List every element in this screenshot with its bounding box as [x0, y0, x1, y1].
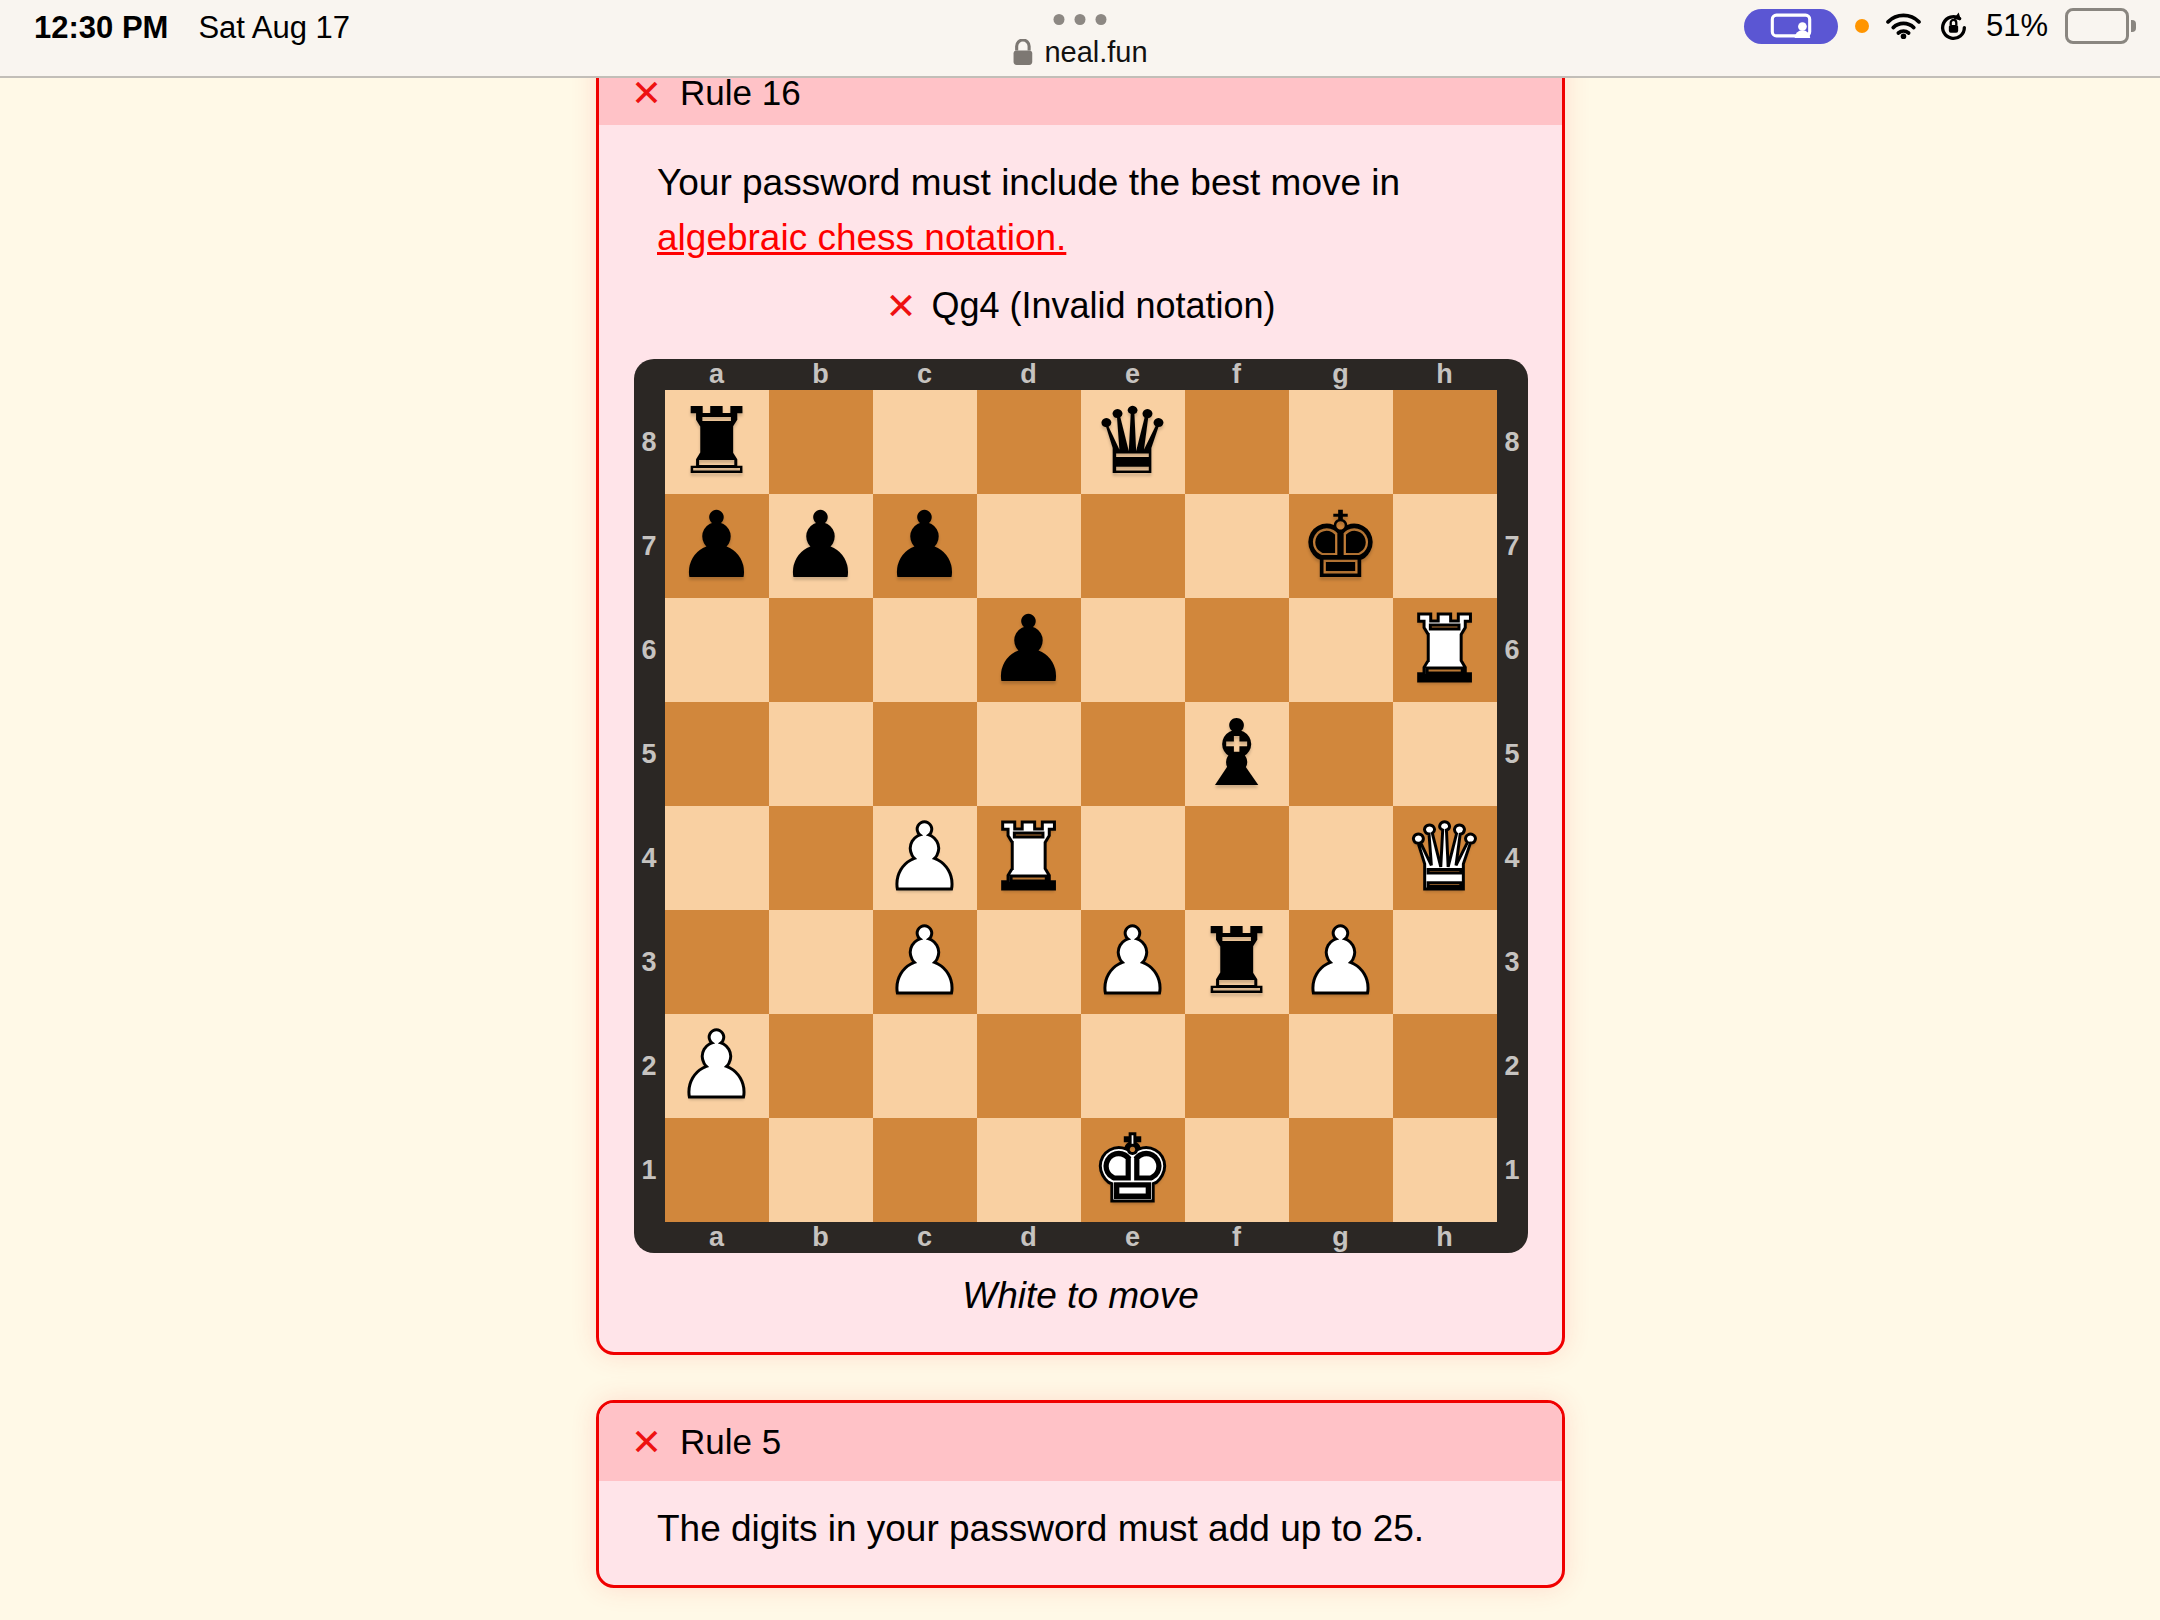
- white-pawn-g3: ♟: [1299, 916, 1381, 1008]
- rule16-title: Rule 16: [680, 73, 801, 113]
- screen-mirroring-indicator[interactable]: [1744, 9, 1838, 44]
- square-c8: [873, 390, 977, 494]
- square-e5: [1081, 702, 1185, 806]
- black-rook-f3: ♜: [1195, 916, 1277, 1008]
- rank-label-8: 8: [634, 390, 665, 494]
- rank-label-2: 2: [634, 1014, 665, 1118]
- algebraic-notation-link[interactable]: algebraic chess notation.: [657, 217, 1066, 258]
- file-label-c: c: [873, 1222, 977, 1253]
- black-queen-e8: ♛: [1091, 396, 1173, 488]
- url-text: neal.fun: [1044, 36, 1147, 69]
- square-b5: [769, 702, 873, 806]
- ellipsis-dot: [1054, 14, 1065, 25]
- square-h7: [1393, 494, 1497, 598]
- square-d6: ♟: [977, 598, 1081, 702]
- ellipsis-dot: [1096, 14, 1107, 25]
- file-label-a: a: [665, 1222, 769, 1253]
- square-a7: ♟: [665, 494, 769, 598]
- square-f6: [1185, 598, 1289, 702]
- status-bar: 12:30 PM Sat Aug 17 neal.fun: [0, 0, 2160, 78]
- black-pawn-c7: ♟: [883, 500, 965, 592]
- square-h1: [1393, 1118, 1497, 1222]
- square-f8: [1185, 390, 1289, 494]
- rule5-body: The digits in your password must add up …: [599, 1481, 1562, 1577]
- rank-label-6: 6: [1497, 598, 1528, 702]
- white-king-e1: ♚: [1091, 1124, 1173, 1216]
- square-f2: [1185, 1014, 1289, 1118]
- file-label-g: g: [1289, 1222, 1393, 1253]
- square-a8: ♜: [665, 390, 769, 494]
- file-label-h: h: [1393, 1222, 1497, 1253]
- square-d3: [977, 910, 1081, 1014]
- file-label-d: d: [977, 1222, 1081, 1253]
- address-bar[interactable]: neal.fun: [1012, 36, 1147, 69]
- status-right: 51%: [1744, 8, 2136, 44]
- file-label-b: b: [769, 359, 873, 390]
- window-controls-ellipsis-icon[interactable]: [1054, 14, 1107, 25]
- file-label-h: h: [1393, 359, 1497, 390]
- rank-label-1: 1: [634, 1118, 665, 1222]
- square-g7: ♚: [1289, 494, 1393, 598]
- clock-time: 12:30 PM: [34, 10, 168, 46]
- rank-label-2: 2: [1497, 1014, 1528, 1118]
- square-h2: [1393, 1014, 1497, 1118]
- rank-label-1: 1: [1497, 1118, 1528, 1222]
- square-c5: [873, 702, 977, 806]
- black-rook-a8: ♜: [675, 396, 757, 488]
- rule16-card: ✕ Rule 16 Your password must include the…: [596, 32, 1565, 1355]
- rank-label-4: 4: [1497, 806, 1528, 910]
- file-label-e: e: [1081, 359, 1185, 390]
- square-g1: [1289, 1118, 1393, 1222]
- square-c1: [873, 1118, 977, 1222]
- square-b4: [769, 806, 873, 910]
- rule5-header: ✕ Rule 5: [599, 1403, 1562, 1481]
- square-c4: ♟: [873, 806, 977, 910]
- square-e2: [1081, 1014, 1185, 1118]
- rule5-card: ✕ Rule 5 The digits in your password mus…: [596, 1400, 1565, 1588]
- battery-icon: [2065, 8, 2136, 44]
- rank-label-6: 6: [634, 598, 665, 702]
- square-b3: [769, 910, 873, 1014]
- square-a6: [665, 598, 769, 702]
- black-pawn-a7: ♟: [675, 500, 757, 592]
- file-label-a: a: [665, 359, 769, 390]
- square-h6: ♜: [1393, 598, 1497, 702]
- rank-label-5: 5: [1497, 702, 1528, 806]
- square-d5: [977, 702, 1081, 806]
- file-label-f: f: [1185, 1222, 1289, 1253]
- file-label-d: d: [977, 359, 1081, 390]
- white-queen-h4: ♛: [1403, 812, 1485, 904]
- file-label-c: c: [873, 359, 977, 390]
- rank-label-4: 4: [634, 806, 665, 910]
- square-b1: [769, 1118, 873, 1222]
- white-rook-d4: ♜: [987, 812, 1069, 904]
- square-b6: [769, 598, 873, 702]
- file-label-e: e: [1081, 1222, 1185, 1253]
- square-e3: ♟: [1081, 910, 1185, 1014]
- square-g6: [1289, 598, 1393, 702]
- clock-date: Sat Aug 17: [198, 10, 350, 46]
- square-e8: ♛: [1081, 390, 1185, 494]
- square-e7: [1081, 494, 1185, 598]
- wifi-icon: [1886, 13, 1921, 39]
- rule5-title: Rule 5: [680, 1422, 781, 1462]
- side-to-move-caption: White to move: [657, 1275, 1504, 1317]
- rank-label-3: 3: [1497, 910, 1528, 1014]
- ellipsis-dot: [1075, 14, 1086, 25]
- microphone-in-use-dot-icon: [1855, 19, 1869, 33]
- rank-label-5: 5: [634, 702, 665, 806]
- rank-label-7: 7: [1497, 494, 1528, 598]
- board-corner: [634, 359, 665, 390]
- status-left: 12:30 PM Sat Aug 17: [34, 10, 350, 46]
- square-e6: [1081, 598, 1185, 702]
- square-b8: [769, 390, 873, 494]
- x-mark-icon: ✕: [885, 288, 916, 325]
- square-c2: [873, 1014, 977, 1118]
- rule5-text: The digits in your password must add up …: [657, 1508, 1424, 1549]
- chess-board: abcdefgh8♜♛87♟♟♟♚76♟♜65♝54♟♜♛43♟♟♜♟32♟21…: [634, 359, 1528, 1253]
- black-pawn-b7: ♟: [779, 500, 861, 592]
- square-f7: [1185, 494, 1289, 598]
- black-king-g7: ♚: [1299, 500, 1381, 592]
- square-f4: [1185, 806, 1289, 910]
- square-h3: [1393, 910, 1497, 1014]
- square-b2: [769, 1014, 873, 1118]
- battery-percent: 51%: [1986, 8, 2048, 44]
- square-d7: [977, 494, 1081, 598]
- square-h5: [1393, 702, 1497, 806]
- square-e1: ♚: [1081, 1118, 1185, 1222]
- white-pawn-c3: ♟: [883, 916, 965, 1008]
- rule16-text-plain: Your password must include the best move…: [657, 162, 1400, 203]
- square-e4: [1081, 806, 1185, 910]
- file-label-g: g: [1289, 359, 1393, 390]
- square-c6: [873, 598, 977, 702]
- move-feedback-text: Qg4 (Invalid notation): [931, 285, 1275, 327]
- padlock-icon: [1012, 39, 1033, 66]
- white-pawn-a2: ♟: [675, 1020, 757, 1112]
- move-feedback: ✕ Qg4 (Invalid notation): [657, 285, 1504, 327]
- square-b7: ♟: [769, 494, 873, 598]
- square-f1: [1185, 1118, 1289, 1222]
- rotation-lock-icon: [1938, 11, 1969, 42]
- board-corner: [1497, 1222, 1528, 1253]
- square-a4: [665, 806, 769, 910]
- square-f3: ♜: [1185, 910, 1289, 1014]
- x-mark-icon: ✕: [631, 75, 662, 112]
- x-mark-icon: ✕: [631, 1424, 662, 1461]
- square-f5: ♝: [1185, 702, 1289, 806]
- square-a3: [665, 910, 769, 1014]
- square-g8: [1289, 390, 1393, 494]
- square-h8: [1393, 390, 1497, 494]
- square-d2: [977, 1014, 1081, 1118]
- square-g2: [1289, 1014, 1393, 1118]
- rule16-body: Your password must include the best move…: [599, 125, 1562, 1317]
- board-wrap: abcdefgh8♜♛87♟♟♟♚76♟♜65♝54♟♜♛43♟♟♜♟32♟21…: [657, 359, 1504, 1253]
- black-bishop-f5: ♝: [1195, 708, 1277, 800]
- rank-label-3: 3: [634, 910, 665, 1014]
- square-d1: [977, 1118, 1081, 1222]
- square-c3: ♟: [873, 910, 977, 1014]
- rank-label-8: 8: [1497, 390, 1528, 494]
- black-pawn-d6: ♟: [987, 604, 1069, 696]
- board-corner: [1497, 359, 1528, 390]
- white-pawn-e3: ♟: [1091, 916, 1173, 1008]
- file-label-f: f: [1185, 359, 1289, 390]
- square-d4: ♜: [977, 806, 1081, 910]
- square-d8: [977, 390, 1081, 494]
- rule16-text: Your password must include the best move…: [657, 155, 1504, 265]
- square-g4: [1289, 806, 1393, 910]
- square-a1: [665, 1118, 769, 1222]
- white-pawn-c4: ♟: [883, 812, 965, 904]
- square-g3: ♟: [1289, 910, 1393, 1014]
- screen-mirroring-icon: [1768, 13, 1814, 40]
- square-h4: ♛: [1393, 806, 1497, 910]
- square-g5: [1289, 702, 1393, 806]
- file-label-b: b: [769, 1222, 873, 1253]
- board-corner: [634, 1222, 665, 1253]
- square-a2: ♟: [665, 1014, 769, 1118]
- white-rook-h6: ♜: [1403, 604, 1485, 696]
- square-a5: [665, 702, 769, 806]
- rank-label-7: 7: [634, 494, 665, 598]
- square-c7: ♟: [873, 494, 977, 598]
